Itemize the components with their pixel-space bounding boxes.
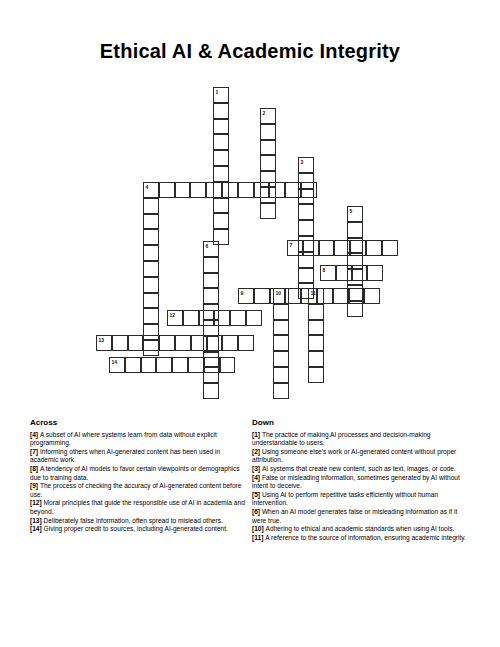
cell-4-down-3[interactable] <box>143 229 159 245</box>
cell-4-across-4[interactable] <box>206 182 222 198</box>
cell-2-down-2[interactable] <box>260 140 276 156</box>
cell-13-across-9[interactable] <box>238 335 254 351</box>
cell-2-down-3[interactable] <box>260 155 276 171</box>
down-header: Down <box>252 419 472 428</box>
clue-number-label: 1 <box>216 89 219 95</box>
cell-3-down-0[interactable]: 3 <box>298 157 314 173</box>
cell-14-across-7[interactable] <box>220 357 236 373</box>
clue-3-down: [3] AI systems that create new content, … <box>252 465 472 474</box>
clue-1-down: [1] The practice of making AI processes … <box>252 431 472 448</box>
cell-13-across-0[interactable]: 13 <box>96 335 112 351</box>
cell-11-down-1[interactable] <box>308 304 324 320</box>
cell-9-across-7[interactable] <box>349 288 365 304</box>
cell-13-across-1[interactable] <box>112 335 128 351</box>
cell-9-across-0[interactable]: 9 <box>238 288 254 304</box>
cell-1-down-2[interactable] <box>213 119 229 135</box>
cell-4-down-0[interactable] <box>143 182 159 198</box>
cell-7-across-0[interactable]: 7 <box>287 240 303 256</box>
cell-12-across-2[interactable] <box>199 310 215 326</box>
clue-6-down: [6] When an AI model generates false or … <box>252 508 472 525</box>
clue-14-across: [14] Giving proper credit to sources, in… <box>30 525 246 534</box>
cell-14-across-4[interactable] <box>172 357 188 373</box>
cell-7-across-3[interactable] <box>334 240 350 256</box>
clue-4-down: [4] False or misleading information, som… <box>252 474 472 491</box>
cell-13-across-8[interactable] <box>222 335 238 351</box>
clue-13-across: [13] Deliberately false information, oft… <box>30 517 246 526</box>
cell-13-across-6[interactable] <box>191 335 207 351</box>
cell-4-down-4[interactable] <box>143 245 159 261</box>
cell-4-across-9[interactable] <box>285 182 301 198</box>
clue-number-label: 13 <box>99 337 105 343</box>
cell-11-down-5[interactable] <box>308 367 324 383</box>
cell-14-across-1[interactable] <box>125 357 141 373</box>
cell-10-down-6[interactable] <box>273 383 289 399</box>
cell-14-across-0[interactable]: 14 <box>109 357 125 373</box>
cell-8-across-2[interactable] <box>352 265 368 281</box>
cell-12-across-1[interactable] <box>183 310 199 326</box>
clue-number-label: 5 <box>350 208 353 214</box>
cell-11-down-3[interactable] <box>308 335 324 351</box>
cell-1-down-4[interactable] <box>213 150 229 166</box>
cell-6-down-1[interactable] <box>203 257 219 273</box>
cell-4-across-5[interactable] <box>222 182 238 198</box>
cell-8-across-3[interactable] <box>367 265 383 281</box>
cell-11-down-0[interactable]: 11 <box>308 288 324 304</box>
clue-number-label: 3 <box>301 159 304 165</box>
cell-12-across-4[interactable] <box>230 310 246 326</box>
cell-9-across-6[interactable] <box>333 288 349 304</box>
cell-4-down-2[interactable] <box>143 214 159 230</box>
across-clue-list: [4] A subset of AI where systems learn f… <box>30 431 246 534</box>
clue-11-down: [11] A reference to the source of inform… <box>252 534 472 543</box>
cell-4-down-1[interactable] <box>143 198 159 214</box>
cell-3-down-7[interactable] <box>298 268 314 284</box>
cell-1-down-3[interactable] <box>213 134 229 150</box>
clue-number-label: 10 <box>276 290 282 296</box>
cell-4-across-1[interactable] <box>159 182 175 198</box>
cell-12-across-0[interactable]: 12 <box>167 310 183 326</box>
cell-8-across-0[interactable]: 8 <box>320 265 336 281</box>
clue-number-label: 2 <box>263 110 266 116</box>
down-clues: Down [1] The practice of making AI proce… <box>252 419 472 542</box>
cell-2-down-1[interactable] <box>260 124 276 140</box>
cell-7-across-4[interactable] <box>350 240 366 256</box>
clue-number-label: 11 <box>311 290 316 296</box>
cell-8-across-1[interactable] <box>336 265 352 281</box>
cell-10-down-5[interactable] <box>273 367 289 383</box>
cell-12-across-5[interactable] <box>246 310 262 326</box>
cell-2-down-6[interactable] <box>260 203 276 219</box>
cell-7-across-2[interactable] <box>319 240 335 256</box>
cell-7-across-6[interactable] <box>382 240 398 256</box>
cell-7-across-1[interactable] <box>303 240 319 256</box>
cell-14-across-2[interactable] <box>141 357 157 373</box>
clue-9-across: [9] The process of checking the accuracy… <box>30 482 246 499</box>
clue-7-across: [7] Informing others when AI-generated c… <box>30 448 246 465</box>
clue-number-label: 6 <box>206 243 209 249</box>
cell-10-down-2[interactable] <box>273 320 289 336</box>
across-clues: Across [4] A subset of AI where systems … <box>30 419 246 534</box>
cell-13-across-5[interactable] <box>175 335 191 351</box>
cell-1-down-8[interactable] <box>213 213 229 229</box>
cell-13-across-2[interactable] <box>128 335 144 351</box>
cell-11-down-2[interactable] <box>308 320 324 336</box>
cell-7-across-5[interactable] <box>366 240 382 256</box>
cell-10-down-4[interactable] <box>273 351 289 367</box>
cell-4-down-7[interactable] <box>143 293 159 309</box>
cell-4-across-3[interactable] <box>190 182 206 198</box>
cell-1-down-0[interactable]: 1 <box>213 87 229 103</box>
cell-13-across-4[interactable] <box>159 335 175 351</box>
cell-5-down-1[interactable] <box>347 222 363 238</box>
cell-6-down-2[interactable] <box>203 273 219 289</box>
cell-13-across-7[interactable] <box>207 335 223 351</box>
clue-number-label: 14 <box>112 359 118 365</box>
cell-4-across-8[interactable] <box>269 182 285 198</box>
cell-12-across-3[interactable] <box>214 310 230 326</box>
cell-6-down-9[interactable] <box>203 383 219 399</box>
cell-10-down-3[interactable] <box>273 335 289 351</box>
cell-6-down-0[interactable]: 6 <box>203 241 219 257</box>
cell-4-across-7[interactable] <box>254 182 270 198</box>
cell-14-across-3[interactable] <box>156 357 172 373</box>
clue-number-label: 9 <box>241 290 244 296</box>
cell-1-down-7[interactable] <box>213 198 229 214</box>
clue-number-label: 12 <box>170 312 176 318</box>
clue-5-down: [5] Using AI to perform repetitive tasks… <box>252 491 472 508</box>
cell-4-across-2[interactable] <box>175 182 191 198</box>
clue-number-label: 8 <box>323 267 326 273</box>
clue-10-down: [10] Adhering to ethical and academic st… <box>252 525 472 534</box>
cell-1-down-1[interactable] <box>213 103 229 119</box>
cell-10-down-0[interactable]: 10 <box>273 288 289 304</box>
cell-4-across-6[interactable] <box>238 182 254 198</box>
cell-14-across-6[interactable] <box>204 357 220 373</box>
cell-3-down-4[interactable] <box>298 220 314 236</box>
crossword-page: Ethical AI & Academic Integrity 12345678… <box>0 0 500 647</box>
clue-4-across: [4] A subset of AI where systems learn f… <box>30 431 246 448</box>
down-clue-list: [1] The practice of making AI processes … <box>252 431 472 543</box>
clue-12-across: [12] Moral principles that guide the res… <box>30 499 246 516</box>
cell-9-across-8[interactable] <box>364 288 380 304</box>
clue-8-across: [8] A tendency of AI models to favor cer… <box>30 465 246 482</box>
cell-4-across-10[interactable] <box>301 182 317 198</box>
cell-14-across-5[interactable] <box>188 357 204 373</box>
across-header: Across <box>30 419 246 428</box>
cell-6-down-3[interactable] <box>203 288 219 304</box>
cell-4-down-6[interactable] <box>143 277 159 293</box>
cell-4-down-8[interactable] <box>143 308 159 324</box>
crossword-board: 1234567891011121314 <box>0 0 500 415</box>
cell-9-across-1[interactable] <box>254 288 270 304</box>
cell-3-down-3[interactable] <box>298 204 314 220</box>
cell-13-across-3[interactable] <box>143 335 159 351</box>
cell-5-down-0[interactable]: 5 <box>347 206 363 222</box>
cell-11-down-4[interactable] <box>308 351 324 367</box>
cell-10-down-1[interactable] <box>273 304 289 320</box>
cell-1-down-5[interactable] <box>213 166 229 182</box>
cell-2-down-0[interactable]: 2 <box>260 108 276 124</box>
cell-4-down-5[interactable] <box>143 261 159 277</box>
clue-number-label: 7 <box>290 242 293 248</box>
clue-2-down: [2] Using someone else's work or AI-gene… <box>252 448 472 465</box>
